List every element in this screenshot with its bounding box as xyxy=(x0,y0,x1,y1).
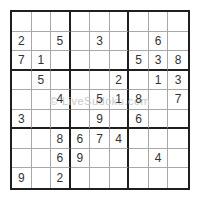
sudoku-cell-r7c3[interactable]: 8 xyxy=(51,129,71,149)
sudoku-cell-r3c6[interactable] xyxy=(110,51,130,71)
sudoku-cell-r6c8[interactable] xyxy=(149,110,169,130)
sudoku-cell-r5c8[interactable] xyxy=(149,90,169,110)
cell-digit: 9 xyxy=(77,152,84,164)
sudoku-cell-r9c6[interactable] xyxy=(110,168,130,188)
sudoku-cell-r9c1[interactable]: 9 xyxy=(12,168,32,188)
sudoku-cell-r8c5[interactable] xyxy=(90,149,110,169)
cell-digit: 2 xyxy=(57,172,64,184)
sudoku-cell-r2c2[interactable] xyxy=(32,32,52,52)
sudoku-cell-r9c9[interactable] xyxy=(168,168,188,188)
sudoku-cell-r1c1[interactable] xyxy=(12,12,32,32)
sudoku-cell-r6c4[interactable] xyxy=(71,110,91,130)
cell-digit: 2 xyxy=(18,35,25,47)
cell-digit: 1 xyxy=(155,74,162,86)
sudoku-cell-r2c9[interactable] xyxy=(168,32,188,52)
sudoku-cell-r5c2[interactable] xyxy=(32,90,52,110)
cell-digit: 8 xyxy=(135,93,142,105)
sudoku-cell-r7c2[interactable] xyxy=(32,129,52,149)
sudoku-cell-r3c5[interactable] xyxy=(90,51,110,71)
cell-digit: 4 xyxy=(57,93,64,105)
sudoku-cell-r7c8[interactable] xyxy=(149,129,169,149)
sudoku-grid: 253671538521345187396867469492 xyxy=(12,12,188,188)
sudoku-cell-r1c5[interactable] xyxy=(90,12,110,32)
sudoku-cell-r2c6[interactable] xyxy=(110,32,130,52)
sudoku-cell-r6c7[interactable]: 6 xyxy=(129,110,149,130)
sudoku-cell-r8c4[interactable]: 9 xyxy=(71,149,91,169)
sudoku-cell-r1c7[interactable] xyxy=(129,12,149,32)
sudoku-cell-r7c6[interactable]: 4 xyxy=(110,129,130,149)
cell-digit: 6 xyxy=(77,133,84,145)
sudoku-cell-r4c9[interactable]: 3 xyxy=(168,71,188,91)
sudoku-cell-r8c1[interactable] xyxy=(12,149,32,169)
sudoku-page: © LiveSudoku.com 25367153852134518739686… xyxy=(0,0,200,200)
sudoku-cell-r7c4[interactable]: 6 xyxy=(71,129,91,149)
sudoku-cell-r1c2[interactable] xyxy=(32,12,52,32)
sudoku-cell-r2c3[interactable]: 5 xyxy=(51,32,71,52)
cell-digit: 1 xyxy=(115,93,122,105)
sudoku-cell-r7c1[interactable] xyxy=(12,129,32,149)
sudoku-cell-r9c7[interactable] xyxy=(129,168,149,188)
sudoku-cell-r2c5[interactable]: 3 xyxy=(90,32,110,52)
sudoku-cell-r2c8[interactable]: 6 xyxy=(149,32,169,52)
cell-digit: 3 xyxy=(175,74,182,86)
sudoku-cell-r9c5[interactable] xyxy=(90,168,110,188)
cell-digit: 5 xyxy=(96,93,103,105)
cell-digit: 6 xyxy=(155,35,162,47)
cell-digit: 5 xyxy=(37,74,44,86)
sudoku-cell-r8c2[interactable] xyxy=(32,149,52,169)
cell-digit: 1 xyxy=(37,54,44,66)
sudoku-cell-r4c3[interactable] xyxy=(51,71,71,91)
sudoku-cell-r1c3[interactable] xyxy=(51,12,71,32)
sudoku-cell-r6c3[interactable] xyxy=(51,110,71,130)
sudoku-cell-r4c6[interactable]: 2 xyxy=(110,71,130,91)
cell-digit: 9 xyxy=(18,172,25,184)
cell-digit: 3 xyxy=(155,54,162,66)
sudoku-cell-r3c8[interactable]: 3 xyxy=(149,51,169,71)
sudoku-cell-r1c8[interactable] xyxy=(149,12,169,32)
sudoku-cell-r6c2[interactable] xyxy=(32,110,52,130)
sudoku-cell-r2c4[interactable] xyxy=(71,32,91,52)
cell-digit: 5 xyxy=(57,35,64,47)
sudoku-cell-r7c9[interactable] xyxy=(168,129,188,149)
cell-digit: 4 xyxy=(115,133,122,145)
sudoku-cell-r5c6[interactable]: 1 xyxy=(110,90,130,110)
sudoku-cell-r6c6[interactable] xyxy=(110,110,130,130)
cell-digit: 8 xyxy=(57,133,64,145)
sudoku-cell-r4c8[interactable]: 1 xyxy=(149,71,169,91)
sudoku-cell-r1c6[interactable] xyxy=(110,12,130,32)
sudoku-cell-r4c2[interactable]: 5 xyxy=(32,71,52,91)
sudoku-cell-r6c9[interactable] xyxy=(168,110,188,130)
sudoku-cell-r1c9[interactable] xyxy=(168,12,188,32)
cell-digit: 6 xyxy=(135,113,142,125)
sudoku-cell-r9c4[interactable] xyxy=(71,168,91,188)
sudoku-cell-r8c9[interactable] xyxy=(168,149,188,169)
cell-digit: 7 xyxy=(18,54,25,66)
sudoku-cell-r8c3[interactable]: 6 xyxy=(51,149,71,169)
sudoku-cell-r6c5[interactable]: 9 xyxy=(90,110,110,130)
sudoku-cell-r5c7[interactable]: 8 xyxy=(129,90,149,110)
sudoku-cell-r5c4[interactable] xyxy=(71,90,91,110)
cell-digit: 7 xyxy=(175,93,182,105)
sudoku-cell-r3c4[interactable] xyxy=(71,51,91,71)
cell-digit: 8 xyxy=(175,54,182,66)
sudoku-cell-r5c9[interactable]: 7 xyxy=(168,90,188,110)
cell-digit: 2 xyxy=(115,74,122,86)
sudoku-cell-r3c3[interactable] xyxy=(51,51,71,71)
sudoku-cell-r7c5[interactable]: 7 xyxy=(90,129,110,149)
sudoku-board: © LiveSudoku.com 25367153852134518739686… xyxy=(10,10,190,190)
sudoku-cell-r8c8[interactable]: 4 xyxy=(149,149,169,169)
sudoku-cell-r4c5[interactable] xyxy=(90,71,110,91)
sudoku-cell-r8c7[interactable] xyxy=(129,149,149,169)
cell-digit: 5 xyxy=(135,54,142,66)
sudoku-cell-r7c7[interactable] xyxy=(129,129,149,149)
sudoku-cell-r9c3[interactable]: 2 xyxy=(51,168,71,188)
sudoku-cell-r2c1[interactable]: 2 xyxy=(12,32,32,52)
sudoku-cell-r5c3[interactable]: 4 xyxy=(51,90,71,110)
cell-digit: 3 xyxy=(18,113,25,125)
cell-digit: 3 xyxy=(96,35,103,47)
sudoku-cell-r4c7[interactable] xyxy=(129,71,149,91)
sudoku-cell-r1c4[interactable] xyxy=(71,12,91,32)
sudoku-cell-r9c8[interactable] xyxy=(149,168,169,188)
sudoku-cell-r9c2[interactable] xyxy=(32,168,52,188)
cell-digit: 4 xyxy=(155,152,162,164)
sudoku-cell-r3c9[interactable]: 8 xyxy=(168,51,188,71)
sudoku-cell-r4c1[interactable] xyxy=(12,71,32,91)
cell-digit: 6 xyxy=(57,152,64,164)
sudoku-cell-r6c1[interactable]: 3 xyxy=(12,110,32,130)
cell-digit: 9 xyxy=(96,113,103,125)
cell-digit: 7 xyxy=(96,133,103,145)
sudoku-cell-r3c7[interactable]: 5 xyxy=(129,51,149,71)
sudoku-cell-r2c7[interactable] xyxy=(129,32,149,52)
sudoku-cell-r5c5[interactable]: 5 xyxy=(90,90,110,110)
sudoku-cell-r8c6[interactable] xyxy=(110,149,130,169)
sudoku-cell-r5c1[interactable] xyxy=(12,90,32,110)
sudoku-cell-r3c1[interactable]: 7 xyxy=(12,51,32,71)
sudoku-cell-r3c2[interactable]: 1 xyxy=(32,51,52,71)
sudoku-cell-r4c4[interactable] xyxy=(71,71,91,91)
